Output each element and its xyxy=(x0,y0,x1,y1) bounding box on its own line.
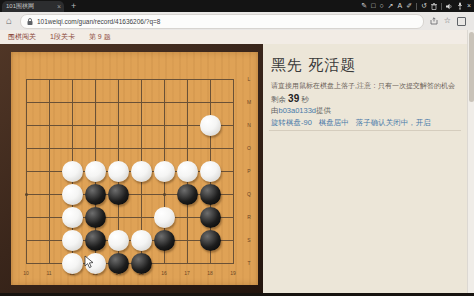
grid-line-horizontal xyxy=(26,102,234,103)
grid-line-horizontal xyxy=(26,79,234,80)
profile-icon[interactable] xyxy=(457,17,466,26)
black-stone xyxy=(200,184,221,205)
speaker-icon[interactable] xyxy=(446,3,453,10)
black-stone xyxy=(177,184,198,205)
col-label: 18 xyxy=(205,270,215,276)
trash-icon[interactable] xyxy=(431,3,437,10)
nav-guan[interactable]: 围棋闯关 xyxy=(8,32,36,42)
countdown-seconds: 39 xyxy=(288,93,299,104)
white-stone xyxy=(85,161,106,182)
black-stone xyxy=(131,253,152,274)
problem-panel: 黑先 死活题 请直接用鼠标在棋盘上落子,注意：只有一次提交解答的机会 剩余 39… xyxy=(263,44,467,293)
col-label: 11 xyxy=(44,270,54,276)
white-stone xyxy=(200,115,221,136)
page-scrollbar[interactable] xyxy=(467,30,474,296)
rectangle-icon[interactable]: □ xyxy=(371,1,375,11)
browser-window: 101围棋网 × + ✎ □ ○ ↗ A ✐ ↺ × ⌂ 101weiqi.co… xyxy=(0,0,474,296)
tab-close-icon[interactable]: × xyxy=(57,1,61,12)
row-label: Q xyxy=(245,191,253,197)
white-stone xyxy=(108,230,129,251)
white-stone xyxy=(154,161,175,182)
board-options: 旋转棋盘-90 棋盘居中 落子确认关闭中，开启 xyxy=(271,118,431,128)
white-stone xyxy=(62,161,83,182)
mouse-cursor xyxy=(84,255,95,269)
row-label: T xyxy=(245,260,253,266)
row-label: O xyxy=(245,145,253,151)
white-stone xyxy=(62,207,83,228)
black-stone xyxy=(200,230,221,251)
row-label: P xyxy=(245,168,253,174)
new-tab-button[interactable]: + xyxy=(71,0,76,12)
tab-bar: 101围棋网 × + ✎ □ ○ ↗ A ✐ ↺ × xyxy=(0,0,474,12)
grid-line-horizontal xyxy=(26,263,234,264)
tab-title: 101围棋网 xyxy=(6,3,34,9)
col-label: 19 xyxy=(228,270,238,276)
toolbar-divider xyxy=(441,3,442,10)
white-stone xyxy=(108,161,129,182)
white-stone xyxy=(62,230,83,251)
black-stone xyxy=(108,253,129,274)
nav-problem-number: 第 9 题 xyxy=(89,32,111,42)
home-icon[interactable]: ⌂ xyxy=(6,15,12,26)
move-confirm-link[interactable]: 落子确认关闭中，开启 xyxy=(356,118,431,128)
site-breadcrumb: 围棋闯关 1段关卡 第 9 题 xyxy=(0,30,474,44)
board-frame: 10111213141516171819LMNOPQRST xyxy=(0,44,263,296)
row-label: S xyxy=(245,237,253,243)
close-icon[interactable]: × xyxy=(467,1,471,11)
url-text: 101weiqi.com/guan/record/41636206/?q=8 xyxy=(37,15,160,28)
provider-link[interactable]: b03a0133d xyxy=(279,106,317,115)
black-stone xyxy=(85,230,106,251)
go-board[interactable]: 10111213141516171819LMNOPQRST xyxy=(11,52,258,285)
white-stone xyxy=(131,230,152,251)
white-stone xyxy=(200,161,221,182)
lock-icon xyxy=(27,18,33,26)
star-point xyxy=(163,193,166,196)
annotation-toolbar: ✎ □ ○ ↗ A ✐ ↺ × xyxy=(361,0,471,12)
white-stone xyxy=(177,161,198,182)
col-label: 16 xyxy=(159,270,169,276)
problem-instruction: 请直接用鼠标在棋盘上落子,注意：只有一次提交解答的机会 xyxy=(271,81,455,91)
pen-icon[interactable]: ✎ xyxy=(361,1,367,11)
provider-line: 由b03a0133d提供 xyxy=(271,106,331,116)
center-board-link[interactable]: 棋盘居中 xyxy=(319,118,349,128)
white-stone xyxy=(131,161,152,182)
white-stone xyxy=(62,184,83,205)
microphone-icon[interactable] xyxy=(457,2,463,10)
circle-icon[interactable]: ○ xyxy=(379,1,383,11)
black-stone xyxy=(200,207,221,228)
star-point xyxy=(25,193,28,196)
scrollbar-thumb[interactable] xyxy=(469,32,474,102)
row-label: N xyxy=(245,122,253,128)
browser-tab[interactable]: 101围棋网 × xyxy=(2,1,64,12)
text-tool-icon[interactable]: A xyxy=(397,1,402,11)
toolbar-divider xyxy=(416,3,417,10)
share-icon[interactable] xyxy=(430,17,438,25)
grid-line-horizontal xyxy=(26,148,234,149)
row-label: L xyxy=(245,76,253,82)
address-bar[interactable]: 101weiqi.com/guan/record/41636206/?q=8 xyxy=(20,14,424,29)
white-stone xyxy=(62,253,83,274)
col-label: 17 xyxy=(182,270,192,276)
arrow-icon[interactable]: ↗ xyxy=(388,1,394,11)
row-label: R xyxy=(245,214,253,220)
highlighter-icon[interactable]: ✐ xyxy=(406,1,412,11)
problem-title: 黑先 死活题 xyxy=(271,56,356,75)
bookmark-star-icon[interactable]: ☆ xyxy=(444,16,451,26)
white-stone xyxy=(154,207,175,228)
rotate-board-link[interactable]: 旋转棋盘-90 xyxy=(271,118,312,128)
nav-level[interactable]: 1段关卡 xyxy=(50,32,75,42)
panel-divider xyxy=(269,130,461,131)
row-label: M xyxy=(245,99,253,105)
countdown: 剩余 39 秒 xyxy=(271,93,309,105)
col-label: 10 xyxy=(21,270,31,276)
undo-icon[interactable]: ↺ xyxy=(421,1,427,11)
black-stone xyxy=(85,207,106,228)
browser-toolbar: ⌂ 101weiqi.com/guan/record/41636206/?q=8… xyxy=(0,12,474,30)
black-stone xyxy=(108,184,129,205)
toolbar-right-icons: ☆ xyxy=(430,16,466,26)
black-stone xyxy=(154,230,175,251)
black-stone xyxy=(85,184,106,205)
